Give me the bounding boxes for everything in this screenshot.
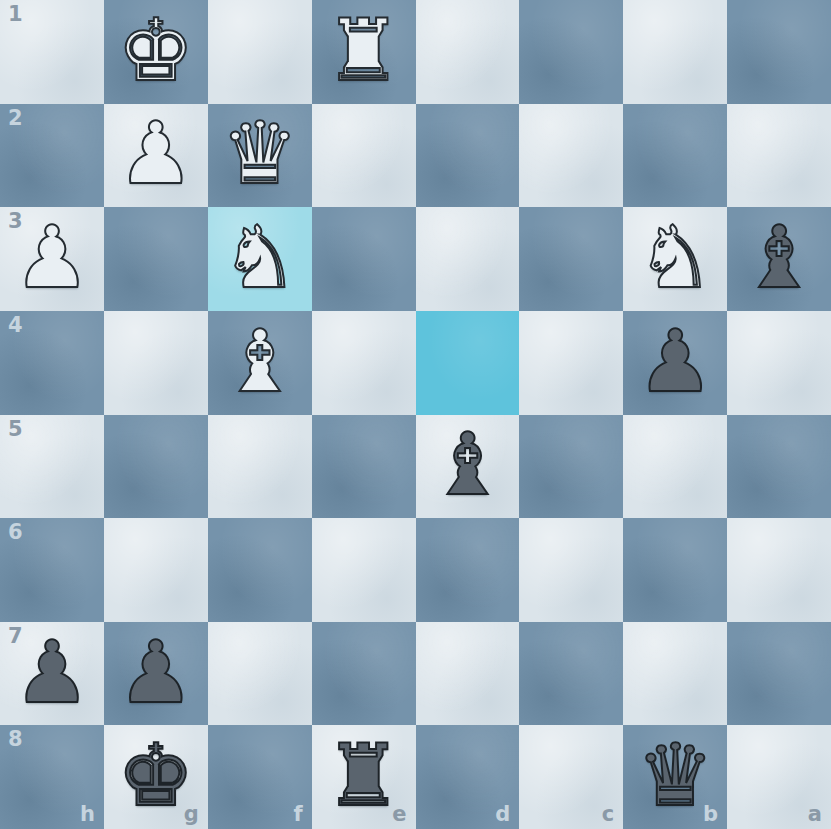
square-d7[interactable] <box>416 622 520 726</box>
square-f1[interactable] <box>208 0 312 104</box>
square-d8[interactable]: d <box>416 725 520 829</box>
square-g3[interactable] <box>104 207 208 311</box>
square-g8[interactable]: g♚ <box>104 725 208 829</box>
square-f7[interactable] <box>208 622 312 726</box>
white-queen-f2[interactable]: ♛ <box>221 110 298 196</box>
square-f8[interactable]: f <box>208 725 312 829</box>
square-f2[interactable]: ♛ <box>208 104 312 208</box>
square-a1[interactable] <box>727 0 831 104</box>
square-e5[interactable] <box>312 415 416 519</box>
file-label-d: d <box>495 804 510 825</box>
square-c2[interactable] <box>519 104 623 208</box>
rank-label-3: 3 <box>8 211 23 232</box>
square-b1[interactable] <box>623 0 727 104</box>
square-h4[interactable]: 4 <box>0 311 104 415</box>
white-knight-f3[interactable]: ♞ <box>221 214 298 300</box>
square-f5[interactable] <box>208 415 312 519</box>
square-h7[interactable]: 7♟ <box>0 622 104 726</box>
square-d2[interactable] <box>416 104 520 208</box>
square-h2[interactable]: 2 <box>0 104 104 208</box>
square-a7[interactable] <box>727 622 831 726</box>
square-h6[interactable]: 6 <box>0 518 104 622</box>
rank-label-4: 4 <box>8 315 23 336</box>
square-g1[interactable]: ♚ <box>104 0 208 104</box>
square-a3[interactable]: ♝ <box>727 207 831 311</box>
square-c4[interactable] <box>519 311 623 415</box>
black-bishop-a3[interactable]: ♝ <box>741 214 818 300</box>
white-rook-e1[interactable]: ♜ <box>325 7 402 93</box>
square-b5[interactable] <box>623 415 727 519</box>
square-e2[interactable] <box>312 104 416 208</box>
square-b4[interactable]: ♟ <box>623 311 727 415</box>
black-pawn-g7[interactable]: ♟ <box>117 629 194 715</box>
file-label-c: c <box>602 804 614 825</box>
square-g7[interactable]: ♟ <box>104 622 208 726</box>
square-e1[interactable]: ♜ <box>312 0 416 104</box>
square-h1[interactable]: 1 <box>0 0 104 104</box>
rank-label-6: 6 <box>8 522 23 543</box>
square-f3[interactable]: ♞ <box>208 207 312 311</box>
square-e8[interactable]: e♜ <box>312 725 416 829</box>
square-c6[interactable] <box>519 518 623 622</box>
square-b6[interactable] <box>623 518 727 622</box>
square-g4[interactable] <box>104 311 208 415</box>
white-knight-b3[interactable]: ♞ <box>637 214 714 300</box>
black-pawn-h7[interactable]: ♟ <box>13 629 90 715</box>
file-label-g: g <box>184 804 199 825</box>
square-b2[interactable] <box>623 104 727 208</box>
square-d4[interactable] <box>416 311 520 415</box>
file-label-f: f <box>293 804 302 825</box>
square-a8[interactable]: a <box>727 725 831 829</box>
white-pawn-g2[interactable]: ♟ <box>117 110 194 196</box>
square-f6[interactable] <box>208 518 312 622</box>
square-d5[interactable]: ♝ <box>416 415 520 519</box>
rank-label-7: 7 <box>8 626 23 647</box>
black-rook-e8[interactable]: ♜ <box>325 732 402 818</box>
file-label-e: e <box>392 804 406 825</box>
square-a5[interactable] <box>727 415 831 519</box>
white-pawn-h3[interactable]: ♟ <box>13 214 90 300</box>
square-c1[interactable] <box>519 0 623 104</box>
square-d1[interactable] <box>416 0 520 104</box>
square-c7[interactable] <box>519 622 623 726</box>
square-c5[interactable] <box>519 415 623 519</box>
square-d6[interactable] <box>416 518 520 622</box>
file-label-b: b <box>703 804 718 825</box>
square-h3[interactable]: 3♟ <box>0 207 104 311</box>
square-a2[interactable] <box>727 104 831 208</box>
square-e4[interactable] <box>312 311 416 415</box>
square-c3[interactable] <box>519 207 623 311</box>
square-b8[interactable]: b♛ <box>623 725 727 829</box>
square-g2[interactable]: ♟ <box>104 104 208 208</box>
square-g6[interactable] <box>104 518 208 622</box>
square-b7[interactable] <box>623 622 727 726</box>
square-h5[interactable]: 5 <box>0 415 104 519</box>
chess-board: 1♚♜2♟♛3♟♞♞♝4♝♟5♝67♟♟8hg♚fe♜dcb♛a <box>0 0 831 829</box>
rank-label-8: 8 <box>8 729 23 750</box>
square-b3[interactable]: ♞ <box>623 207 727 311</box>
file-label-a: a <box>808 804 822 825</box>
file-label-h: h <box>80 804 95 825</box>
square-h8[interactable]: 8h <box>0 725 104 829</box>
square-g5[interactable] <box>104 415 208 519</box>
square-a4[interactable] <box>727 311 831 415</box>
rank-label-2: 2 <box>8 108 23 129</box>
square-a6[interactable] <box>727 518 831 622</box>
square-f4[interactable]: ♝ <box>208 311 312 415</box>
white-bishop-f4[interactable]: ♝ <box>221 318 298 404</box>
square-e3[interactable] <box>312 207 416 311</box>
square-d3[interactable] <box>416 207 520 311</box>
black-bishop-d5[interactable]: ♝ <box>429 421 506 507</box>
rank-label-5: 5 <box>8 419 23 440</box>
square-e6[interactable] <box>312 518 416 622</box>
black-pawn-b4[interactable]: ♟ <box>637 318 714 404</box>
board-container: 1♚♜2♟♛3♟♞♞♝4♝♟5♝67♟♟8hg♚fe♜dcb♛a <box>0 0 831 829</box>
rank-label-1: 1 <box>8 4 23 25</box>
white-king-g1[interactable]: ♚ <box>117 7 194 93</box>
square-c8[interactable]: c <box>519 725 623 829</box>
square-e7[interactable] <box>312 622 416 726</box>
